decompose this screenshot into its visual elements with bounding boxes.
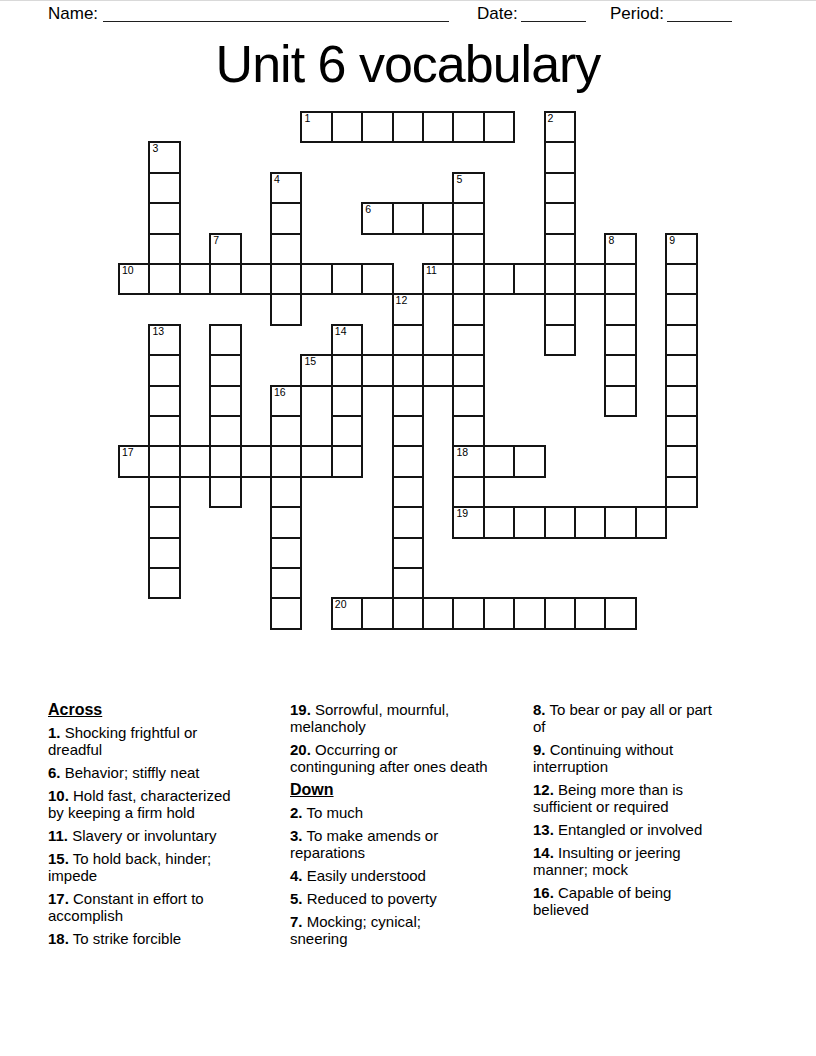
- cell-r5c10[interactable]: 11: [422, 263, 454, 295]
- cell-r2c14[interactable]: [544, 172, 576, 204]
- across-heading: Across: [48, 701, 278, 718]
- clue-number: 12.: [533, 781, 554, 798]
- clue-number: 13.: [533, 821, 554, 838]
- cell-r16c8[interactable]: [361, 597, 393, 629]
- cell-r14c5[interactable]: [270, 537, 302, 569]
- cell-r3c1[interactable]: [148, 202, 180, 234]
- cell-r0c11[interactable]: [452, 111, 484, 143]
- cell-r5c0[interactable]: 10: [118, 263, 150, 295]
- cell-r5c2[interactable]: [179, 263, 211, 295]
- clue-across-10: 10. Hold fast, characterizedby keeping a…: [48, 787, 278, 821]
- cell-r13c12[interactable]: [483, 506, 515, 538]
- cell-r5c16[interactable]: [604, 263, 636, 295]
- cell-r7c7[interactable]: 14: [331, 324, 363, 356]
- cell-r13c16[interactable]: [604, 506, 636, 538]
- cell-number-15: 15: [304, 356, 316, 367]
- down-heading: Down: [290, 781, 530, 798]
- cell-r4c1[interactable]: [148, 233, 180, 265]
- clue-number: 16.: [533, 884, 554, 901]
- cell-r2c1[interactable]: [148, 172, 180, 204]
- cell-r8c16[interactable]: [604, 354, 636, 386]
- cell-r13c14[interactable]: [544, 506, 576, 538]
- cell-r13c15[interactable]: [574, 506, 606, 538]
- cell-r5c15[interactable]: [574, 263, 606, 295]
- cell-number-19: 19: [456, 508, 468, 519]
- cell-r6c5[interactable]: [270, 293, 302, 325]
- cell-r7c18[interactable]: [665, 324, 697, 356]
- cell-number-11: 11: [426, 265, 437, 276]
- clue-down-3: 3. To make amends orreparations: [290, 827, 530, 861]
- clue-down-4: 4. Easily understood: [290, 867, 530, 884]
- cell-r5c7[interactable]: [331, 263, 363, 295]
- cell-r4c5[interactable]: [270, 233, 302, 265]
- cell-r11c12[interactable]: [483, 445, 515, 477]
- cell-r8c10[interactable]: [422, 354, 454, 386]
- cell-r4c16[interactable]: 8: [604, 233, 636, 265]
- cell-r7c16[interactable]: [604, 324, 636, 356]
- cell-number-3: 3: [152, 143, 158, 154]
- cell-r0c6[interactable]: 1: [300, 111, 332, 143]
- clue-down-13: 13. Entangled or involved: [533, 821, 770, 838]
- cell-r14c9[interactable]: [392, 537, 424, 569]
- cell-r7c9[interactable]: [392, 324, 424, 356]
- cell-number-20: 20: [335, 599, 347, 610]
- cell-r9c9[interactable]: [392, 385, 424, 417]
- cell-r11c5[interactable]: [270, 445, 302, 477]
- cell-r0c7[interactable]: [331, 111, 363, 143]
- cell-r10c3[interactable]: [209, 415, 241, 447]
- cell-r2c11[interactable]: 5: [452, 172, 484, 204]
- cell-r12c3[interactable]: [209, 476, 241, 508]
- cell-number-6: 6: [365, 204, 371, 215]
- cell-r10c7[interactable]: [331, 415, 363, 447]
- clue-down-5: 5. Reduced to poverty: [290, 890, 530, 907]
- clue-number: 15.: [48, 850, 69, 867]
- cell-r16c13[interactable]: [513, 597, 545, 629]
- cell-number-17: 17: [122, 447, 134, 458]
- cell-r12c9[interactable]: [392, 476, 424, 508]
- clue-number: 4.: [290, 867, 303, 884]
- clue-down-14: 14. Insulting or jeeringmanner; mock: [533, 844, 770, 878]
- cell-r8c8[interactable]: [361, 354, 393, 386]
- cell-r10c11[interactable]: [452, 415, 484, 447]
- cell-r11c18[interactable]: [665, 445, 697, 477]
- cell-r7c1[interactable]: 13: [148, 324, 180, 356]
- cell-r8c1[interactable]: [148, 354, 180, 386]
- clue-number: 9.: [533, 741, 546, 758]
- cell-number-13: 13: [152, 326, 164, 337]
- worksheet-page: { "header": { "name_label": "Name:", "da…: [0, 0, 816, 1056]
- cell-r13c13[interactable]: [513, 506, 545, 538]
- clue-down-2: 2. To much: [290, 804, 530, 821]
- clue-across-20: 20. Occurring orcontinguning after ones …: [290, 741, 530, 775]
- cell-r6c14[interactable]: [544, 293, 576, 325]
- crossword-grid: 1234567891011121314151617181920: [118, 111, 698, 631]
- cell-r5c12[interactable]: [483, 263, 515, 295]
- cell-r1c1[interactable]: 3: [148, 141, 180, 173]
- cell-r0c9[interactable]: [392, 111, 424, 143]
- clue-number: 3.: [290, 827, 303, 844]
- cell-r6c9[interactable]: 12: [392, 293, 424, 325]
- cell-r5c4[interactable]: [240, 263, 272, 295]
- cell-number-5: 5: [456, 174, 462, 185]
- clue-number: 11.: [48, 827, 68, 844]
- cell-r9c7[interactable]: [331, 385, 363, 417]
- cell-r10c9[interactable]: [392, 415, 424, 447]
- cell-r11c3[interactable]: [209, 445, 241, 477]
- cell-r16c15[interactable]: [574, 597, 606, 629]
- cell-r8c11[interactable]: [452, 354, 484, 386]
- cell-r16c16[interactable]: [604, 597, 636, 629]
- cell-r9c16[interactable]: [604, 385, 636, 417]
- clue-number: 2.: [290, 804, 303, 821]
- cell-r3c14[interactable]: [544, 202, 576, 234]
- cell-r16c12[interactable]: [483, 597, 515, 629]
- cell-r11c9[interactable]: [392, 445, 424, 477]
- cell-r12c11[interactable]: [452, 476, 484, 508]
- cell-r16c11[interactable]: [452, 597, 484, 629]
- date-label: Date:: [477, 4, 518, 24]
- cell-r9c3[interactable]: [209, 385, 241, 417]
- cell-number-10: 10: [122, 265, 134, 276]
- clue-number: 18.: [48, 930, 69, 947]
- cell-r5c5[interactable]: [270, 263, 302, 295]
- clue-down-16: 16. Capable of beingbelieved: [533, 884, 770, 918]
- cell-r9c5[interactable]: 16: [270, 385, 302, 417]
- cell-r5c3[interactable]: [209, 263, 241, 295]
- clue-number: 5.: [290, 890, 303, 907]
- clue-across-11: 11. Slavery or involuntary: [48, 827, 278, 844]
- cell-r5c6[interactable]: [300, 263, 332, 295]
- cell-r6c18[interactable]: [665, 293, 697, 325]
- clue-across-17: 17. Constant in effort toaccomplish: [48, 890, 278, 924]
- cell-r12c5[interactable]: [270, 476, 302, 508]
- clue-number: 17.: [48, 890, 69, 907]
- cell-number-4: 4: [274, 174, 280, 185]
- cell-r5c14[interactable]: [544, 263, 576, 295]
- cell-r10c18[interactable]: [665, 415, 697, 447]
- period-blank-line: [667, 5, 732, 22]
- cell-r0c14[interactable]: 2: [544, 111, 576, 143]
- cell-r0c10[interactable]: [422, 111, 454, 143]
- cell-number-18: 18: [456, 447, 468, 458]
- cell-r16c10[interactable]: [422, 597, 454, 629]
- cell-r11c1[interactable]: [148, 445, 180, 477]
- cell-r5c8[interactable]: [361, 263, 393, 295]
- cell-number-8: 8: [608, 235, 614, 246]
- cell-r6c16[interactable]: [604, 293, 636, 325]
- clue-number: 8.: [533, 701, 546, 718]
- clue-down-12: 12. Being more than issufficient or requ…: [533, 781, 770, 815]
- cell-r11c4[interactable]: [240, 445, 272, 477]
- cell-r10c1[interactable]: [148, 415, 180, 447]
- clue-across-6: 6. Behavior; stiffly neat: [48, 764, 278, 781]
- cell-r8c6[interactable]: 15: [300, 354, 332, 386]
- cell-r8c18[interactable]: [665, 354, 697, 386]
- cell-r4c3[interactable]: 7: [209, 233, 241, 265]
- cell-r15c9[interactable]: [392, 567, 424, 599]
- clue-across-18: 18. To strike forcible: [48, 930, 278, 947]
- cell-number-2: 2: [548, 113, 554, 124]
- cell-r16c9[interactable]: [392, 597, 424, 629]
- cell-number-7: 7: [213, 235, 219, 246]
- name-blank-line: [103, 5, 449, 22]
- clue-number: 20.: [290, 741, 311, 758]
- cell-r13c17[interactable]: [635, 506, 667, 538]
- clue-down-7: 7. Mocking; cynical;sneering: [290, 913, 530, 947]
- cell-r15c5[interactable]: [270, 567, 302, 599]
- cell-r3c9[interactable]: [392, 202, 424, 234]
- cell-r3c10[interactable]: [422, 202, 454, 234]
- cell-r7c14[interactable]: [544, 324, 576, 356]
- cell-number-9: 9: [669, 235, 675, 246]
- cell-r14c1[interactable]: [148, 537, 180, 569]
- clue-number: 1.: [48, 724, 61, 741]
- cell-number-1: 1: [304, 113, 310, 124]
- cell-r12c1[interactable]: [148, 476, 180, 508]
- cell-r9c1[interactable]: [148, 385, 180, 417]
- cell-r13c11[interactable]: 19: [452, 506, 484, 538]
- cell-r13c1[interactable]: [148, 506, 180, 538]
- cell-r5c18[interactable]: [665, 263, 697, 295]
- cell-r3c11[interactable]: [452, 202, 484, 234]
- cell-r9c11[interactable]: [452, 385, 484, 417]
- cell-r8c9[interactable]: [392, 354, 424, 386]
- clue-across-19: 19. Sorrowful, mournful,melancholy: [290, 701, 530, 735]
- clues-column-1: Across1. Shocking frightful ordreadful6.…: [48, 701, 278, 953]
- clue-number: 19.: [290, 701, 311, 718]
- cell-r13c5[interactable]: [270, 506, 302, 538]
- clue-number: 6.: [48, 764, 61, 781]
- cell-r16c14[interactable]: [544, 597, 576, 629]
- cell-r7c11[interactable]: [452, 324, 484, 356]
- cell-r1c14[interactable]: [544, 141, 576, 173]
- cell-number-16: 16: [274, 387, 286, 398]
- cell-r12c18[interactable]: [665, 476, 697, 508]
- cell-r11c7[interactable]: [331, 445, 363, 477]
- cell-r11c13[interactable]: [513, 445, 545, 477]
- cell-r7c3[interactable]: [209, 324, 241, 356]
- clue-down-8: 8. To bear or pay all or partof: [533, 701, 770, 735]
- cell-r10c5[interactable]: [270, 415, 302, 447]
- cell-r8c3[interactable]: [209, 354, 241, 386]
- cell-r5c11[interactable]: [452, 263, 484, 295]
- cell-r11c6[interactable]: [300, 445, 332, 477]
- cell-r11c0[interactable]: 17: [118, 445, 150, 477]
- cell-r5c1[interactable]: [148, 263, 180, 295]
- cell-r13c9[interactable]: [392, 506, 424, 538]
- cell-r4c14[interactable]: [544, 233, 576, 265]
- clue-across-15: 15. To hold back, hinder;impede: [48, 850, 278, 884]
- cell-r3c5[interactable]: [270, 202, 302, 234]
- cell-number-14: 14: [335, 326, 347, 337]
- cell-r8c7[interactable]: [331, 354, 363, 386]
- cell-r2c5[interactable]: 4: [270, 172, 302, 204]
- cell-r5c13[interactable]: [513, 263, 545, 295]
- cell-r11c2[interactable]: [179, 445, 211, 477]
- clues-column-3: 8. To bear or pay all or partof9. Contin…: [533, 701, 770, 924]
- cell-r0c12[interactable]: [483, 111, 515, 143]
- period-label: Period:: [610, 4, 664, 24]
- date-blank-line: [521, 5, 586, 22]
- cell-r9c18[interactable]: [665, 385, 697, 417]
- clue-number: 10.: [48, 787, 69, 804]
- cell-r16c5[interactable]: [270, 597, 302, 629]
- cell-r4c11[interactable]: [452, 233, 484, 265]
- cell-r15c1[interactable]: [148, 567, 180, 599]
- cell-r6c11[interactable]: [452, 293, 484, 325]
- page-title: Unit 6 vocabulary: [0, 34, 816, 94]
- cell-r0c8[interactable]: [361, 111, 393, 143]
- clue-down-9: 9. Continuing withoutinterruption: [533, 741, 770, 775]
- cell-r16c7[interactable]: 20: [331, 597, 363, 629]
- cell-r4c18[interactable]: 9: [665, 233, 697, 265]
- cell-r3c8[interactable]: 6: [361, 202, 393, 234]
- clue-number: 7.: [290, 913, 303, 930]
- cell-number-12: 12: [396, 295, 408, 306]
- clue-across-1: 1. Shocking frightful ordreadful: [48, 724, 278, 758]
- clues-column-2: 19. Sorrowful, mournful,melancholy20. Oc…: [290, 701, 530, 953]
- name-label: Name:: [48, 4, 98, 24]
- cell-r11c11[interactable]: 18: [452, 445, 484, 477]
- clue-number: 14.: [533, 844, 554, 861]
